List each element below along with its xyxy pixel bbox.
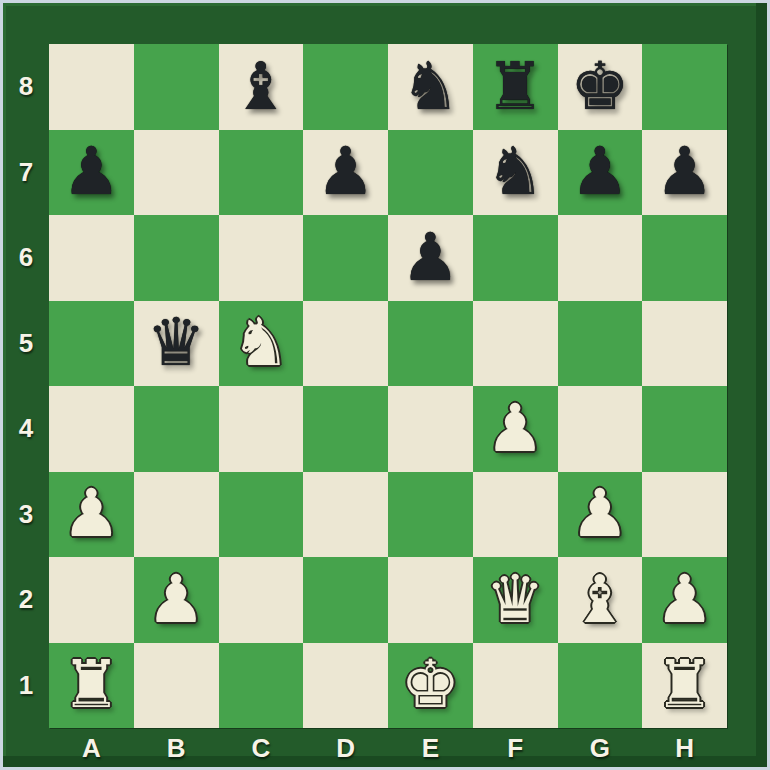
piece-white-rook[interactable]: ♜: [655, 652, 714, 718]
piece-black-queen[interactable]: ♛: [147, 310, 206, 376]
square-d8[interactable]: [303, 44, 388, 130]
square-h3[interactable]: [642, 472, 727, 558]
rank-label-7: 7: [3, 130, 49, 216]
chess-board: ♝♞♜♚♟♟♞♟♟♟♛♞♟♟♟♟♛♝♟♜♚♜: [49, 44, 727, 728]
square-e7[interactable]: [388, 130, 473, 216]
square-d2[interactable]: [303, 557, 388, 643]
piece-white-bishop[interactable]: ♝: [570, 567, 629, 633]
square-f8[interactable]: ♜: [473, 44, 558, 130]
piece-black-knight[interactable]: ♞: [486, 139, 545, 205]
piece-white-knight[interactable]: ♞: [231, 310, 290, 376]
square-f1[interactable]: [473, 643, 558, 729]
rank-label-2: 2: [3, 557, 49, 643]
square-c7[interactable]: [219, 130, 304, 216]
rank-label-6: 6: [3, 215, 49, 301]
square-d4[interactable]: [303, 386, 388, 472]
square-g8[interactable]: ♚: [558, 44, 643, 130]
square-c8[interactable]: ♝: [219, 44, 304, 130]
file-label-h: H: [642, 728, 727, 768]
piece-white-pawn[interactable]: ♟: [655, 567, 714, 633]
square-b5[interactable]: ♛: [134, 301, 219, 387]
piece-black-pawn[interactable]: ♟: [401, 225, 460, 291]
square-a2[interactable]: [49, 557, 134, 643]
square-a6[interactable]: [49, 215, 134, 301]
square-h5[interactable]: [642, 301, 727, 387]
square-e5[interactable]: [388, 301, 473, 387]
square-c6[interactable]: [219, 215, 304, 301]
board-frame: 87654321 ABCDEFGH ♝♞♜♚♟♟♞♟♟♟♛♞♟♟♟♟♛♝♟♜♚♜: [0, 0, 770, 770]
piece-black-pawn[interactable]: ♟: [316, 139, 375, 205]
square-h2[interactable]: ♟: [642, 557, 727, 643]
file-label-a: A: [49, 728, 134, 768]
square-c5[interactable]: ♞: [219, 301, 304, 387]
rank-labels: 87654321: [3, 44, 49, 728]
square-h1[interactable]: ♜: [642, 643, 727, 729]
piece-black-pawn[interactable]: ♟: [655, 139, 714, 205]
square-e8[interactable]: ♞: [388, 44, 473, 130]
square-e3[interactable]: [388, 472, 473, 558]
square-f7[interactable]: ♞: [473, 130, 558, 216]
square-g5[interactable]: [558, 301, 643, 387]
square-f5[interactable]: [473, 301, 558, 387]
square-a4[interactable]: [49, 386, 134, 472]
piece-black-knight[interactable]: ♞: [401, 54, 460, 120]
piece-black-king[interactable]: ♚: [570, 54, 629, 120]
square-e1[interactable]: ♚: [388, 643, 473, 729]
piece-white-king[interactable]: ♚: [401, 652, 460, 718]
square-h7[interactable]: ♟: [642, 130, 727, 216]
file-label-f: F: [473, 728, 558, 768]
square-f6[interactable]: [473, 215, 558, 301]
square-h8[interactable]: [642, 44, 727, 130]
file-label-e: E: [388, 728, 473, 768]
square-g4[interactable]: [558, 386, 643, 472]
square-a3[interactable]: ♟: [49, 472, 134, 558]
square-a5[interactable]: [49, 301, 134, 387]
file-label-c: C: [219, 728, 304, 768]
square-b1[interactable]: [134, 643, 219, 729]
square-e4[interactable]: [388, 386, 473, 472]
square-b8[interactable]: [134, 44, 219, 130]
piece-white-rook[interactable]: ♜: [62, 652, 121, 718]
piece-black-bishop[interactable]: ♝: [231, 54, 290, 120]
square-g6[interactable]: [558, 215, 643, 301]
file-label-b: B: [134, 728, 219, 768]
square-d6[interactable]: [303, 215, 388, 301]
square-e6[interactable]: ♟: [388, 215, 473, 301]
square-d1[interactable]: [303, 643, 388, 729]
square-a8[interactable]: [49, 44, 134, 130]
rank-label-3: 3: [3, 472, 49, 558]
square-b2[interactable]: ♟: [134, 557, 219, 643]
file-labels: ABCDEFGH: [49, 728, 727, 768]
square-c1[interactable]: [219, 643, 304, 729]
square-g3[interactable]: ♟: [558, 472, 643, 558]
piece-white-pawn[interactable]: ♟: [147, 567, 206, 633]
rank-label-4: 4: [3, 386, 49, 472]
square-f4[interactable]: ♟: [473, 386, 558, 472]
file-label-d: D: [303, 728, 388, 768]
square-c2[interactable]: [219, 557, 304, 643]
square-g7[interactable]: ♟: [558, 130, 643, 216]
square-c3[interactable]: [219, 472, 304, 558]
square-h6[interactable]: [642, 215, 727, 301]
square-d7[interactable]: ♟: [303, 130, 388, 216]
rank-label-8: 8: [3, 44, 49, 130]
square-d5[interactable]: [303, 301, 388, 387]
square-g1[interactable]: [558, 643, 643, 729]
piece-black-pawn[interactable]: ♟: [570, 139, 629, 205]
rank-label-1: 1: [3, 643, 49, 729]
square-a1[interactable]: ♜: [49, 643, 134, 729]
piece-white-queen[interactable]: ♛: [486, 567, 545, 633]
square-f2[interactable]: ♛: [473, 557, 558, 643]
square-b7[interactable]: [134, 130, 219, 216]
square-g2[interactable]: ♝: [558, 557, 643, 643]
piece-black-pawn[interactable]: ♟: [62, 139, 121, 205]
rank-label-5: 5: [3, 301, 49, 387]
square-f3[interactable]: [473, 472, 558, 558]
square-e2[interactable]: [388, 557, 473, 643]
square-b6[interactable]: [134, 215, 219, 301]
piece-white-pawn[interactable]: ♟: [62, 481, 121, 547]
square-c4[interactable]: [219, 386, 304, 472]
square-b3[interactable]: [134, 472, 219, 558]
piece-white-pawn[interactable]: ♟: [486, 396, 545, 462]
piece-white-pawn[interactable]: ♟: [570, 481, 629, 547]
file-label-g: G: [558, 728, 643, 768]
square-a7[interactable]: ♟: [49, 130, 134, 216]
chessboard-app: 87654321 ABCDEFGH ♝♞♜♚♟♟♞♟♟♟♛♞♟♟♟♟♛♝♟♜♚♜: [0, 0, 770, 770]
piece-black-rook[interactable]: ♜: [486, 54, 545, 120]
square-d3[interactable]: [303, 472, 388, 558]
square-b4[interactable]: [134, 386, 219, 472]
square-h4[interactable]: [642, 386, 727, 472]
